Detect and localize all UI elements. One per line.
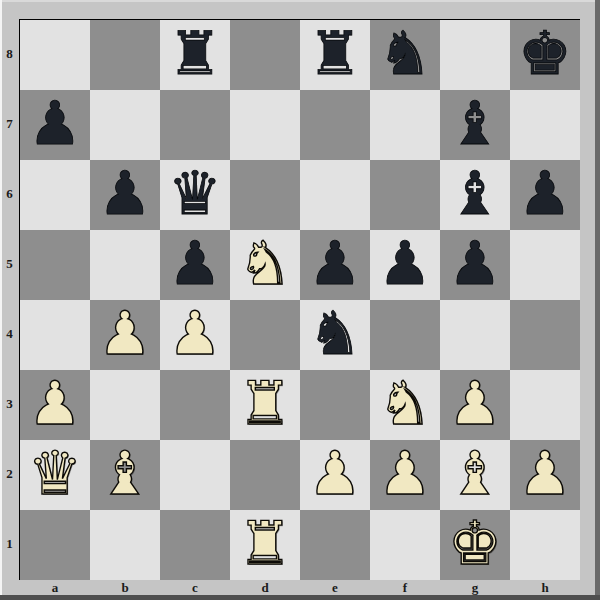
square-e7[interactable]: [300, 90, 370, 160]
piece-black-king[interactable]: ♚: [518, 23, 572, 83]
square-h2[interactable]: ♟: [510, 440, 580, 510]
frame-bevel-top: [0, 0, 600, 2]
rank-label-3: 3: [0, 369, 19, 439]
file-label-d: d: [230, 580, 300, 596]
rank-label-5: 5: [0, 229, 19, 299]
piece-white-pawn[interactable]: ♟: [308, 443, 362, 503]
file-label-b: b: [90, 580, 160, 596]
square-f8[interactable]: ♞: [370, 20, 440, 90]
piece-white-bishop[interactable]: ♝: [98, 443, 152, 503]
square-e2[interactable]: ♟: [300, 440, 370, 510]
square-g8[interactable]: [440, 20, 510, 90]
rank-label-7: 7: [0, 89, 19, 159]
square-e6[interactable]: [300, 160, 370, 230]
square-a2[interactable]: ♛: [20, 440, 90, 510]
file-label-e: e: [300, 580, 370, 596]
square-c2[interactable]: [160, 440, 230, 510]
frame-bevel-right: [595, 0, 600, 600]
square-a4[interactable]: [20, 300, 90, 370]
piece-black-knight[interactable]: ♞: [378, 23, 432, 83]
square-c3[interactable]: [160, 370, 230, 440]
piece-white-rook[interactable]: ♜: [238, 373, 292, 433]
square-g7[interactable]: ♝: [440, 90, 510, 160]
square-g3[interactable]: ♟: [440, 370, 510, 440]
square-h6[interactable]: ♟: [510, 160, 580, 230]
square-g5[interactable]: ♟: [440, 230, 510, 300]
square-c4[interactable]: ♟: [160, 300, 230, 370]
file-label-f: f: [370, 580, 440, 596]
square-h7[interactable]: [510, 90, 580, 160]
square-g4[interactable]: [440, 300, 510, 370]
square-f4[interactable]: [370, 300, 440, 370]
piece-black-bishop[interactable]: ♝: [448, 163, 502, 223]
chessboard-frame: ♜♜♞♚♟♝♟♛♝♟♟♞♟♟♟♟♟♞♟♜♞♟♛♝♟♟♝♟♜♚ 87654321 …: [0, 0, 600, 600]
square-f7[interactable]: [370, 90, 440, 160]
square-e5[interactable]: ♟: [300, 230, 370, 300]
piece-black-pawn[interactable]: ♟: [308, 233, 362, 293]
square-e4[interactable]: ♞: [300, 300, 370, 370]
square-a5[interactable]: [20, 230, 90, 300]
piece-black-bishop[interactable]: ♝: [448, 93, 502, 153]
square-h4[interactable]: [510, 300, 580, 370]
square-h1[interactable]: [510, 510, 580, 580]
file-label-g: g: [440, 580, 510, 596]
square-h3[interactable]: [510, 370, 580, 440]
piece-black-knight[interactable]: ♞: [308, 303, 362, 363]
square-b8[interactable]: [90, 20, 160, 90]
square-e8[interactable]: ♜: [300, 20, 370, 90]
square-c6[interactable]: ♛: [160, 160, 230, 230]
square-a6[interactable]: [20, 160, 90, 230]
square-f5[interactable]: ♟: [370, 230, 440, 300]
piece-white-rook[interactable]: ♜: [238, 513, 292, 573]
square-d3[interactable]: ♜: [230, 370, 300, 440]
square-a8[interactable]: [20, 20, 90, 90]
piece-white-pawn[interactable]: ♟: [518, 443, 572, 503]
square-e3[interactable]: [300, 370, 370, 440]
square-b6[interactable]: ♟: [90, 160, 160, 230]
square-g6[interactable]: ♝: [440, 160, 510, 230]
square-c5[interactable]: ♟: [160, 230, 230, 300]
square-c8[interactable]: ♜: [160, 20, 230, 90]
piece-white-pawn[interactable]: ♟: [378, 443, 432, 503]
square-f1[interactable]: [370, 510, 440, 580]
square-b4[interactable]: ♟: [90, 300, 160, 370]
square-d7[interactable]: [230, 90, 300, 160]
piece-white-king[interactable]: ♚: [448, 513, 502, 573]
rank-label-2: 2: [0, 439, 19, 509]
square-a7[interactable]: ♟: [20, 90, 90, 160]
piece-black-pawn[interactable]: ♟: [378, 233, 432, 293]
square-b7[interactable]: [90, 90, 160, 160]
file-label-c: c: [160, 580, 230, 596]
square-d2[interactable]: [230, 440, 300, 510]
piece-black-rook[interactable]: ♜: [308, 23, 362, 83]
piece-black-pawn[interactable]: ♟: [448, 233, 502, 293]
square-h5[interactable]: [510, 230, 580, 300]
piece-black-pawn[interactable]: ♟: [98, 163, 152, 223]
chessboard: ♜♜♞♚♟♝♟♛♝♟♟♞♟♟♟♟♟♞♟♜♞♟♛♝♟♟♝♟♜♚: [20, 20, 580, 580]
square-h8[interactable]: ♚: [510, 20, 580, 90]
square-d8[interactable]: [230, 20, 300, 90]
square-g1[interactable]: ♚: [440, 510, 510, 580]
piece-black-pawn[interactable]: ♟: [168, 233, 222, 293]
rank-label-1: 1: [0, 509, 19, 579]
square-g2[interactable]: ♝: [440, 440, 510, 510]
piece-white-pawn[interactable]: ♟: [168, 303, 222, 363]
rank-label-6: 6: [0, 159, 19, 229]
piece-white-pawn[interactable]: ♟: [28, 373, 82, 433]
piece-black-queen[interactable]: ♛: [168, 163, 222, 223]
piece-white-knight[interactable]: ♞: [238, 233, 292, 293]
piece-black-pawn[interactable]: ♟: [28, 93, 82, 153]
board-outline: ♜♜♞♚♟♝♟♛♝♟♟♞♟♟♟♟♟♞♟♜♞♟♛♝♟♟♝♟♜♚: [19, 19, 580, 580]
square-d6[interactable]: [230, 160, 300, 230]
square-c7[interactable]: [160, 90, 230, 160]
square-d1[interactable]: ♜: [230, 510, 300, 580]
piece-white-pawn[interactable]: ♟: [448, 373, 502, 433]
square-f2[interactable]: ♟: [370, 440, 440, 510]
square-a3[interactable]: ♟: [20, 370, 90, 440]
square-d5[interactable]: ♞: [230, 230, 300, 300]
file-label-a: a: [20, 580, 90, 596]
piece-white-knight[interactable]: ♞: [378, 373, 432, 433]
square-a1[interactable]: [20, 510, 90, 580]
piece-white-pawn[interactable]: ♟: [98, 303, 152, 363]
square-f6[interactable]: [370, 160, 440, 230]
piece-white-bishop[interactable]: ♝: [448, 443, 502, 503]
square-b2[interactable]: ♝: [90, 440, 160, 510]
square-c1[interactable]: [160, 510, 230, 580]
piece-black-pawn[interactable]: ♟: [518, 163, 572, 223]
rank-label-8: 8: [0, 19, 19, 89]
square-e1[interactable]: [300, 510, 370, 580]
rank-label-4: 4: [0, 299, 19, 369]
file-label-h: h: [510, 580, 580, 596]
square-b5[interactable]: [90, 230, 160, 300]
square-d4[interactable]: [230, 300, 300, 370]
piece-black-rook[interactable]: ♜: [168, 23, 222, 83]
piece-white-queen[interactable]: ♛: [28, 443, 82, 503]
square-f3[interactable]: ♞: [370, 370, 440, 440]
square-b1[interactable]: [90, 510, 160, 580]
square-b3[interactable]: [90, 370, 160, 440]
